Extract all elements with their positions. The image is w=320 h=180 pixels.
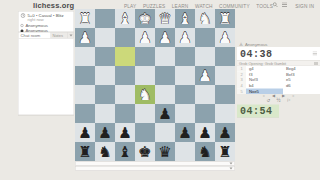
- resign-button[interactable]: ⚐: [287, 99, 291, 104]
- square-d1[interactable]: ♛: [155, 9, 175, 28]
- nav-item-puzzles[interactable]: PUZZLES: [143, 3, 165, 9]
- square-d7[interactable]: [155, 123, 175, 142]
- moves-menu-icon[interactable]: [314, 62, 318, 65]
- square-a4[interactable]: [215, 66, 235, 85]
- square-f3[interactable]: [115, 47, 135, 66]
- square-f2[interactable]: [115, 28, 135, 47]
- square-c6[interactable]: [175, 104, 195, 123]
- square-a5[interactable]: [215, 85, 235, 104]
- square-h2[interactable]: ♟: [75, 28, 95, 47]
- piece-black-pawn: ♟: [215, 123, 235, 142]
- chess-board: ♜♝♚♛♝♞♜♟♟♟♟♟♟♞♟♟♟♟♟♟♟♜♞♝♚♛♞♜: [75, 9, 235, 161]
- piece-black-pawn: ♟: [115, 123, 135, 142]
- square-g4[interactable]: [95, 66, 115, 85]
- square-d6[interactable]: ♟: [155, 104, 175, 123]
- top-nav-icons: [273, 2, 288, 8]
- square-d4[interactable]: [155, 66, 175, 85]
- square-h3[interactable]: [75, 47, 95, 66]
- opponent-clock-time: 04:38: [240, 48, 273, 60]
- square-g8[interactable]: ♞: [95, 142, 115, 161]
- square-e6[interactable]: [135, 104, 155, 123]
- piece-white-pawn: ♟: [215, 28, 235, 47]
- square-c5[interactable]: [175, 85, 195, 104]
- piece-black-bishop: ♝: [115, 142, 135, 161]
- piece-black-pawn: ♟: [195, 123, 215, 142]
- square-a8[interactable]: ♜: [215, 142, 235, 161]
- draw-offer-button[interactable]: ½: [276, 99, 280, 104]
- square-h6[interactable]: [75, 104, 95, 123]
- square-b8[interactable]: ♞: [195, 142, 215, 161]
- square-e8[interactable]: ♚: [135, 142, 155, 161]
- sign-in-link[interactable]: SIGN IN: [295, 3, 314, 9]
- piece-white-pawn: ♟: [195, 66, 215, 85]
- player-clock: 04:54: [237, 105, 279, 118]
- square-h4[interactable]: [75, 66, 95, 85]
- square-d3[interactable]: [155, 47, 175, 66]
- game-action-buttons: ↺½⚐: [237, 99, 320, 104]
- game-meta-panel: 5+0 • Casual • Blitz right now Anonymous…: [18, 11, 74, 32]
- square-e5[interactable]: ♞: [135, 85, 155, 104]
- next-move-button[interactable]: ▶: [282, 94, 285, 98]
- nav-item-watch[interactable]: WATCH: [195, 3, 213, 9]
- top-nav: PLAYPUZZLESLEARNWATCHCOMMUNITYTOOLS: [124, 3, 273, 9]
- square-b3[interactable]: [195, 47, 215, 66]
- chevron-down-icon: [69, 35, 72, 37]
- piece-black-pawn: ♟: [175, 123, 195, 142]
- square-b7[interactable]: ♟: [195, 123, 215, 142]
- clock-menu-icon[interactable]: [313, 52, 318, 56]
- under-board-select-1[interactable]: [75, 162, 235, 166]
- piece-black-king: ♚: [135, 142, 155, 161]
- square-g1[interactable]: [95, 9, 115, 28]
- opponent-clock: 04:38: [237, 47, 320, 60]
- lichess-logo[interactable]: lichess.org: [33, 1, 74, 10]
- square-c8[interactable]: [175, 142, 195, 161]
- square-g2[interactable]: [95, 28, 115, 47]
- piece-white-king: ♚: [135, 9, 155, 28]
- nav-item-learn[interactable]: LEARN: [172, 3, 189, 9]
- square-d2[interactable]: ♟: [155, 28, 175, 47]
- piece-white-knight: ♞: [135, 85, 155, 104]
- prev-move-button[interactable]: ◀: [272, 94, 275, 98]
- square-g3[interactable]: [95, 47, 115, 66]
- piece-black-knight: ♞: [195, 142, 215, 161]
- square-b6[interactable]: [195, 104, 215, 123]
- nav-item-play[interactable]: PLAY: [124, 3, 136, 9]
- caret-down-icon: [230, 167, 233, 169]
- piece-black-pawn: ♟: [95, 123, 115, 142]
- piece-white-rook: ♜: [215, 9, 235, 28]
- piece-black-rook: ♜: [215, 142, 235, 161]
- piece-black-rook: ♜: [75, 142, 95, 161]
- square-e1[interactable]: ♚: [135, 9, 155, 28]
- square-c3[interactable]: [175, 47, 195, 66]
- hamburger-icon[interactable]: [282, 3, 287, 8]
- player-clock-time: 04:54: [240, 106, 273, 118]
- square-f7[interactable]: ♟: [115, 123, 135, 142]
- first-move-button[interactable]: «: [262, 94, 264, 98]
- square-b4[interactable]: ♟: [195, 66, 215, 85]
- takeback-button[interactable]: ↺: [266, 99, 270, 104]
- piece-white-rook: ♜: [75, 9, 95, 28]
- square-h1[interactable]: ♜: [75, 9, 95, 28]
- move-list: 1g4Bxg42f3Bxf33Nxf3e54b4d65Nxe5: [237, 66, 320, 94]
- square-a2[interactable]: ♟: [215, 28, 235, 47]
- nav-item-tools[interactable]: TOOLS: [256, 3, 273, 9]
- piece-white-pawn: ♟: [75, 28, 95, 47]
- square-d8[interactable]: ♛: [155, 142, 175, 161]
- square-c4[interactable]: [175, 66, 195, 85]
- piece-white-queen: ♛: [155, 9, 175, 28]
- square-g7[interactable]: ♟: [95, 123, 115, 142]
- square-d5[interactable]: [155, 85, 175, 104]
- square-h8[interactable]: ♜: [75, 142, 95, 161]
- square-e3[interactable]: [135, 47, 155, 66]
- piece-white-pawn: ♟: [135, 28, 155, 47]
- square-a7[interactable]: ♟: [215, 123, 235, 142]
- under-board-select-2[interactable]: [75, 166, 235, 171]
- piece-white-pawn: ♟: [155, 28, 175, 47]
- chat-messages-panel: [18, 39, 74, 116]
- square-a6[interactable]: [215, 104, 235, 123]
- nav-item-community[interactable]: COMMUNITY: [219, 3, 250, 9]
- square-e4[interactable]: [135, 66, 155, 85]
- square-a3[interactable]: [215, 47, 235, 66]
- piece-black-pawn: ♟: [75, 123, 95, 142]
- last-move-button[interactable]: »: [292, 94, 294, 98]
- piece-white-bishop: ♝: [115, 9, 135, 28]
- square-a1[interactable]: ♜: [215, 9, 235, 28]
- piece-white-pawn: ♟: [175, 28, 195, 47]
- square-h7[interactable]: ♟: [75, 123, 95, 142]
- piece-black-knight: ♞: [95, 142, 115, 161]
- square-b5[interactable]: [195, 85, 215, 104]
- piece-white-bishop: ♝: [175, 9, 195, 28]
- game-started-label: right now: [28, 18, 64, 23]
- square-b2[interactable]: [195, 28, 215, 47]
- white-color-icon: [21, 24, 24, 27]
- caret-down-icon: [230, 163, 233, 165]
- square-f6[interactable]: [115, 104, 135, 123]
- square-f8[interactable]: ♝: [115, 142, 135, 161]
- piece-black-queen: ♛: [155, 142, 175, 161]
- white-player-name: Anonymous: [26, 23, 48, 28]
- square-g6[interactable]: [95, 104, 115, 123]
- clock-icon: [21, 13, 26, 18]
- square-e2[interactable]: ♟: [135, 28, 155, 47]
- square-g5[interactable]: [95, 85, 115, 104]
- square-b1[interactable]: ♞: [195, 9, 215, 28]
- piece-black-pawn: ♟: [155, 104, 175, 123]
- square-c1[interactable]: ♝: [175, 9, 195, 28]
- square-e7[interactable]: [135, 123, 155, 142]
- square-f4[interactable]: [115, 66, 135, 85]
- square-c2[interactable]: ♟: [175, 28, 195, 47]
- search-icon[interactable]: [273, 2, 279, 8]
- square-f5[interactable]: [115, 85, 135, 104]
- lichess-game-page: lichess.org PLAYPUZZLESLEARNWATCHCOMMUNI…: [0, 0, 320, 180]
- piece-white-knight: ♞: [195, 9, 215, 28]
- square-f1[interactable]: ♝: [115, 9, 135, 28]
- square-h5[interactable]: [75, 85, 95, 104]
- square-c7[interactable]: ♟: [175, 123, 195, 142]
